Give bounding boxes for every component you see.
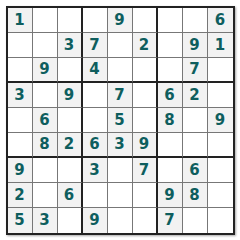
cell-r4c2[interactable] [33,83,58,108]
cell-r3c7[interactable] [158,58,183,83]
cell-r3c9[interactable] [208,58,233,83]
cell-r8c3[interactable]: 6 [58,183,83,208]
cell-r3c4[interactable]: 4 [83,58,108,83]
cell-r6c8[interactable] [183,133,208,158]
cell-r7c9[interactable] [208,158,233,183]
cell-r8c6[interactable] [133,183,158,208]
cell-r6c4[interactable]: 6 [83,133,108,158]
cell-r7c1[interactable]: 9 [8,158,33,183]
cell-r6c2[interactable]: 8 [33,133,58,158]
cell-r1c3[interactable] [58,8,83,33]
cell-r4c9[interactable] [208,83,233,108]
cell-r5c1[interactable] [8,108,33,133]
cell-r2c2[interactable] [33,33,58,58]
cell-r4c1[interactable]: 3 [8,83,33,108]
cell-r9c4[interactable]: 9 [83,208,108,233]
cell-r4c3[interactable]: 9 [58,83,83,108]
cell-r2c7[interactable] [158,33,183,58]
cell-r4c8[interactable]: 2 [183,83,208,108]
cell-r3c3[interactable] [58,58,83,83]
cell-r8c1[interactable]: 2 [8,183,33,208]
cell-r4c5[interactable]: 7 [108,83,133,108]
cell-r7c4[interactable]: 3 [83,158,108,183]
cell-r6c1[interactable] [8,133,33,158]
cell-r2c8[interactable]: 9 [183,33,208,58]
cell-r9c8[interactable] [183,208,208,233]
cell-r2c5[interactable] [108,33,133,58]
cell-r3c1[interactable] [8,58,33,83]
cell-r1c6[interactable] [133,8,158,33]
cell-r2c4[interactable]: 7 [83,33,108,58]
cell-r1c5[interactable]: 9 [108,8,133,33]
cell-r7c5[interactable] [108,158,133,183]
cell-r1c2[interactable] [33,8,58,33]
cell-r2c1[interactable] [8,33,33,58]
sudoku-board: 1963729194739762658982639937626985397 [6,6,235,235]
cell-r2c9[interactable]: 1 [208,33,233,58]
cell-r3c5[interactable] [108,58,133,83]
cell-r9c1[interactable]: 5 [8,208,33,233]
cell-r5c8[interactable] [183,108,208,133]
cell-r3c8[interactable]: 7 [183,58,208,83]
cell-r5c4[interactable] [83,108,108,133]
cell-r7c6[interactable]: 7 [133,158,158,183]
cell-r7c3[interactable] [58,158,83,183]
cell-r8c5[interactable] [108,183,133,208]
cell-r2c3[interactable]: 3 [58,33,83,58]
cell-r5c5[interactable]: 5 [108,108,133,133]
cell-r8c8[interactable]: 8 [183,183,208,208]
cell-r4c6[interactable] [133,83,158,108]
cell-r1c8[interactable] [183,8,208,33]
cell-r3c2[interactable]: 9 [33,58,58,83]
cell-r8c2[interactable] [33,183,58,208]
cell-r7c7[interactable] [158,158,183,183]
cell-r2c6[interactable]: 2 [133,33,158,58]
cell-r9c5[interactable] [108,208,133,233]
cell-r9c7[interactable]: 7 [158,208,183,233]
cell-r6c6[interactable]: 9 [133,133,158,158]
cell-r1c7[interactable] [158,8,183,33]
cell-r9c2[interactable]: 3 [33,208,58,233]
cell-r1c4[interactable] [83,8,108,33]
cell-r7c2[interactable] [33,158,58,183]
cell-r9c3[interactable] [58,208,83,233]
cell-r4c7[interactable]: 6 [158,83,183,108]
cell-r1c1[interactable]: 1 [8,8,33,33]
cell-r5c2[interactable]: 6 [33,108,58,133]
cell-r8c7[interactable]: 9 [158,183,183,208]
cell-r5c6[interactable] [133,108,158,133]
cell-r3c6[interactable] [133,58,158,83]
cell-r6c5[interactable]: 3 [108,133,133,158]
cell-r6c7[interactable] [158,133,183,158]
cell-r4c4[interactable] [83,83,108,108]
cell-r1c9[interactable]: 6 [208,8,233,33]
cell-r6c9[interactable] [208,133,233,158]
cell-r6c3[interactable]: 2 [58,133,83,158]
cell-r8c4[interactable] [83,183,108,208]
cell-r5c3[interactable] [58,108,83,133]
cell-r9c9[interactable] [208,208,233,233]
cell-r5c7[interactable]: 8 [158,108,183,133]
cell-r8c9[interactable] [208,183,233,208]
cell-r7c8[interactable]: 6 [183,158,208,183]
cell-r5c9[interactable]: 9 [208,108,233,133]
cell-r9c6[interactable] [133,208,158,233]
